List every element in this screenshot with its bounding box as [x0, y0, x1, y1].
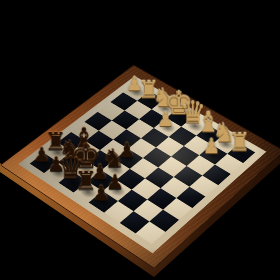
chess-board: ♟♜♞♚♛♝♞♜♟♟♟♝♞♜♞♚♟♟♟♟♛♜♟: [0, 65, 280, 269]
piece-glyph: ♟: [87, 183, 116, 204]
piece-glyph: ♟: [152, 109, 179, 129]
piece-glyph: ♜: [226, 130, 254, 155]
piece-glyph: ♟: [197, 136, 225, 156]
chess-set-photo: ♟♜♞♚♛♝♞♜♟♟♟♝♞♜♞♚♟♟♟♟♛♜♟: [0, 0, 280, 280]
